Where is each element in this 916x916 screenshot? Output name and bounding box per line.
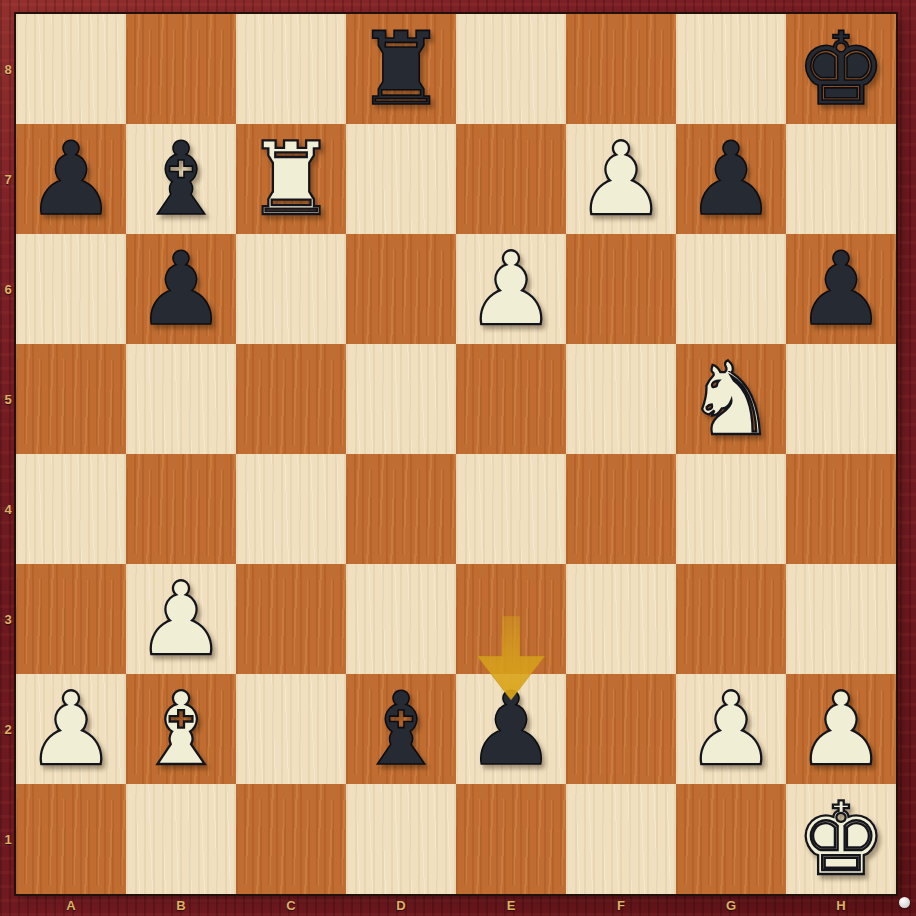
piece-white-pawn[interactable]: ♟ bbox=[16, 674, 126, 784]
square-e5[interactable] bbox=[456, 344, 566, 454]
rank-label-6: 6 bbox=[0, 234, 16, 344]
square-c4[interactable] bbox=[236, 454, 346, 564]
square-f3[interactable] bbox=[566, 564, 676, 674]
square-a1[interactable] bbox=[16, 784, 126, 894]
square-c1[interactable] bbox=[236, 784, 346, 894]
square-a8[interactable] bbox=[16, 14, 126, 124]
file-label-G: G bbox=[676, 894, 786, 916]
square-d7[interactable] bbox=[346, 124, 456, 234]
board-frame: ♜♚♟♝♜♟♟♟♟♟♞♟♟♝♝♟♟♟♚ 12345678 ABCDEFGH bbox=[0, 0, 916, 916]
rank-label-3: 3 bbox=[0, 564, 16, 674]
piece-black-pawn[interactable]: ♟ bbox=[126, 234, 236, 344]
piece-white-pawn[interactable]: ♟ bbox=[676, 674, 786, 784]
square-b7[interactable]: ♝ bbox=[126, 124, 236, 234]
square-e6[interactable]: ♟ bbox=[456, 234, 566, 344]
chess-board: ♜♚♟♝♜♟♟♟♟♟♞♟♟♝♝♟♟♟♚ bbox=[16, 14, 896, 894]
piece-black-king[interactable]: ♚ bbox=[786, 14, 896, 124]
piece-white-king[interactable]: ♚ bbox=[786, 784, 896, 894]
piece-black-pawn[interactable]: ♟ bbox=[786, 234, 896, 344]
square-h3[interactable] bbox=[786, 564, 896, 674]
square-h6[interactable]: ♟ bbox=[786, 234, 896, 344]
piece-white-rook[interactable]: ♜ bbox=[236, 124, 346, 234]
piece-white-knight[interactable]: ♞ bbox=[676, 344, 786, 454]
square-g2[interactable]: ♟ bbox=[676, 674, 786, 784]
piece-white-pawn[interactable]: ♟ bbox=[786, 674, 896, 784]
piece-white-bishop[interactable]: ♝ bbox=[126, 674, 236, 784]
square-d2[interactable]: ♝ bbox=[346, 674, 456, 784]
piece-black-rook[interactable]: ♜ bbox=[346, 14, 456, 124]
square-c2[interactable] bbox=[236, 674, 346, 784]
rank-label-8: 8 bbox=[0, 14, 16, 124]
square-h2[interactable]: ♟ bbox=[786, 674, 896, 784]
piece-black-pawn[interactable]: ♟ bbox=[16, 124, 126, 234]
square-h7[interactable] bbox=[786, 124, 896, 234]
square-g6[interactable] bbox=[676, 234, 786, 344]
square-d6[interactable] bbox=[346, 234, 456, 344]
rank-label-1: 1 bbox=[0, 784, 16, 894]
rank-label-2: 2 bbox=[0, 674, 16, 784]
square-h4[interactable] bbox=[786, 454, 896, 564]
square-c6[interactable] bbox=[236, 234, 346, 344]
square-a2[interactable]: ♟ bbox=[16, 674, 126, 784]
square-a6[interactable] bbox=[16, 234, 126, 344]
square-f2[interactable] bbox=[566, 674, 676, 784]
square-b1[interactable] bbox=[126, 784, 236, 894]
square-b4[interactable] bbox=[126, 454, 236, 564]
corner-dot bbox=[899, 897, 910, 908]
square-a7[interactable]: ♟ bbox=[16, 124, 126, 234]
square-c3[interactable] bbox=[236, 564, 346, 674]
square-f6[interactable] bbox=[566, 234, 676, 344]
square-e2[interactable]: ♟ bbox=[456, 674, 566, 784]
square-g4[interactable] bbox=[676, 454, 786, 564]
square-b6[interactable]: ♟ bbox=[126, 234, 236, 344]
square-g3[interactable] bbox=[676, 564, 786, 674]
square-e1[interactable] bbox=[456, 784, 566, 894]
square-b2[interactable]: ♝ bbox=[126, 674, 236, 784]
square-d4[interactable] bbox=[346, 454, 456, 564]
square-h5[interactable] bbox=[786, 344, 896, 454]
square-f1[interactable] bbox=[566, 784, 676, 894]
square-a3[interactable] bbox=[16, 564, 126, 674]
piece-white-pawn[interactable]: ♟ bbox=[456, 234, 566, 344]
square-g7[interactable]: ♟ bbox=[676, 124, 786, 234]
square-e7[interactable] bbox=[456, 124, 566, 234]
rank-label-4: 4 bbox=[0, 454, 16, 564]
piece-black-pawn[interactable]: ♟ bbox=[456, 674, 566, 784]
square-f8[interactable] bbox=[566, 14, 676, 124]
square-d3[interactable] bbox=[346, 564, 456, 674]
square-e8[interactable] bbox=[456, 14, 566, 124]
rank-label-7: 7 bbox=[0, 124, 16, 234]
square-e3[interactable] bbox=[456, 564, 566, 674]
file-label-H: H bbox=[786, 894, 896, 916]
piece-black-bishop[interactable]: ♝ bbox=[126, 124, 236, 234]
file-label-B: B bbox=[126, 894, 236, 916]
square-c7[interactable]: ♜ bbox=[236, 124, 346, 234]
square-e4[interactable] bbox=[456, 454, 566, 564]
file-label-C: C bbox=[236, 894, 346, 916]
square-g8[interactable] bbox=[676, 14, 786, 124]
piece-black-bishop[interactable]: ♝ bbox=[346, 674, 456, 784]
file-label-F: F bbox=[566, 894, 676, 916]
square-f4[interactable] bbox=[566, 454, 676, 564]
square-b5[interactable] bbox=[126, 344, 236, 454]
square-f7[interactable]: ♟ bbox=[566, 124, 676, 234]
square-a4[interactable] bbox=[16, 454, 126, 564]
piece-white-pawn[interactable]: ♟ bbox=[126, 564, 236, 674]
square-g5[interactable]: ♞ bbox=[676, 344, 786, 454]
square-b3[interactable]: ♟ bbox=[126, 564, 236, 674]
square-c5[interactable] bbox=[236, 344, 346, 454]
file-label-D: D bbox=[346, 894, 456, 916]
file-label-E: E bbox=[456, 894, 566, 916]
square-d5[interactable] bbox=[346, 344, 456, 454]
square-h8[interactable]: ♚ bbox=[786, 14, 896, 124]
file-label-A: A bbox=[16, 894, 126, 916]
square-c8[interactable] bbox=[236, 14, 346, 124]
square-b8[interactable] bbox=[126, 14, 236, 124]
piece-black-pawn[interactable]: ♟ bbox=[676, 124, 786, 234]
square-d1[interactable] bbox=[346, 784, 456, 894]
square-f5[interactable] bbox=[566, 344, 676, 454]
square-d8[interactable]: ♜ bbox=[346, 14, 456, 124]
piece-white-pawn[interactable]: ♟ bbox=[566, 124, 676, 234]
square-h1[interactable]: ♚ bbox=[786, 784, 896, 894]
square-a5[interactable] bbox=[16, 344, 126, 454]
rank-label-5: 5 bbox=[0, 344, 16, 454]
square-g1[interactable] bbox=[676, 784, 786, 894]
